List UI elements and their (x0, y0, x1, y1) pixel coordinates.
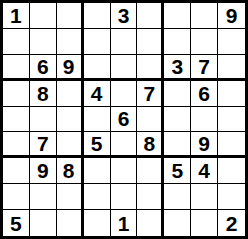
cell-r8c7[interactable] (164, 184, 191, 210)
cell-r9c5[interactable]: 1 (111, 210, 138, 236)
cell-r6c1[interactable] (3, 132, 30, 158)
cell-r1c7[interactable] (164, 3, 191, 29)
cell-r3c2[interactable]: 6 (30, 55, 57, 81)
cell-r4c2[interactable]: 8 (30, 81, 57, 107)
cell-r2c9[interactable] (218, 29, 245, 55)
cell-r8c1[interactable] (3, 184, 30, 210)
cell-r6c6[interactable]: 8 (137, 132, 164, 158)
cell-r8c6[interactable] (137, 184, 164, 210)
cell-r8c5[interactable] (111, 184, 138, 210)
cell-r9c9[interactable]: 2 (218, 210, 245, 236)
cell-r7c1[interactable] (3, 158, 30, 184)
cell-r4c3[interactable] (57, 81, 84, 107)
cell-r6c3[interactable] (57, 132, 84, 158)
cell-r5c4[interactable] (84, 107, 111, 133)
cell-r1c3[interactable] (57, 3, 84, 29)
cell-r4c1[interactable] (3, 81, 30, 107)
cell-r1c2[interactable] (30, 3, 57, 29)
cell-r5c1[interactable] (3, 107, 30, 133)
sudoku-board: 13969378476675899854512 (0, 0, 248, 239)
cell-r2c3[interactable] (57, 29, 84, 55)
cell-r9c6[interactable] (137, 210, 164, 236)
cell-r5c8[interactable] (191, 107, 218, 133)
cell-r1c5[interactable]: 3 (111, 3, 138, 29)
cell-r2c2[interactable] (30, 29, 57, 55)
cell-r4c7[interactable] (164, 81, 191, 107)
cell-r8c4[interactable] (84, 184, 111, 210)
cell-r1c4[interactable] (84, 3, 111, 29)
cell-r2c4[interactable] (84, 29, 111, 55)
cell-r6c2[interactable]: 7 (30, 132, 57, 158)
cell-r3c8[interactable]: 7 (191, 55, 218, 81)
cell-r9c3[interactable] (57, 210, 84, 236)
cell-r2c8[interactable] (191, 29, 218, 55)
cell-r7c9[interactable] (218, 158, 245, 184)
cell-r3c9[interactable] (218, 55, 245, 81)
cell-r6c8[interactable]: 9 (191, 132, 218, 158)
cell-r5c5[interactable]: 6 (111, 107, 138, 133)
cell-r8c9[interactable] (218, 184, 245, 210)
cell-r2c1[interactable] (3, 29, 30, 55)
cell-r9c2[interactable] (30, 210, 57, 236)
cell-r6c9[interactable] (218, 132, 245, 158)
cell-r7c7[interactable]: 5 (164, 158, 191, 184)
cell-r5c2[interactable] (30, 107, 57, 133)
cell-r7c8[interactable]: 4 (191, 158, 218, 184)
cell-r2c6[interactable] (137, 29, 164, 55)
cell-r9c4[interactable] (84, 210, 111, 236)
cell-r5c9[interactable] (218, 107, 245, 133)
cell-r4c4[interactable]: 4 (84, 81, 111, 107)
cell-r3c1[interactable] (3, 55, 30, 81)
cell-r3c4[interactable] (84, 55, 111, 81)
cell-r3c6[interactable] (137, 55, 164, 81)
cell-r3c7[interactable]: 3 (164, 55, 191, 81)
cell-r3c5[interactable] (111, 55, 138, 81)
cell-r9c1[interactable]: 5 (3, 210, 30, 236)
cell-r9c7[interactable] (164, 210, 191, 236)
cell-r1c9[interactable]: 9 (218, 3, 245, 29)
cell-r2c7[interactable] (164, 29, 191, 55)
cell-r8c2[interactable] (30, 184, 57, 210)
cell-r1c6[interactable] (137, 3, 164, 29)
cell-r5c6[interactable] (137, 107, 164, 133)
cell-r7c5[interactable] (111, 158, 138, 184)
cell-r7c3[interactable]: 8 (57, 158, 84, 184)
cell-r4c8[interactable]: 6 (191, 81, 218, 107)
cell-r5c7[interactable] (164, 107, 191, 133)
cell-r6c5[interactable] (111, 132, 138, 158)
cell-r8c3[interactable] (57, 184, 84, 210)
cell-r4c5[interactable] (111, 81, 138, 107)
cell-r7c2[interactable]: 9 (30, 158, 57, 184)
cell-r4c6[interactable]: 7 (137, 81, 164, 107)
cell-r1c8[interactable] (191, 3, 218, 29)
cell-r2c5[interactable] (111, 29, 138, 55)
cell-r7c4[interactable] (84, 158, 111, 184)
cell-r1c1[interactable]: 1 (3, 3, 30, 29)
cell-r3c3[interactable]: 9 (57, 55, 84, 81)
cell-r5c3[interactable] (57, 107, 84, 133)
cell-r6c4[interactable]: 5 (84, 132, 111, 158)
cell-r8c8[interactable] (191, 184, 218, 210)
cell-r6c7[interactable] (164, 132, 191, 158)
cell-r7c6[interactable] (137, 158, 164, 184)
cell-r4c9[interactable] (218, 81, 245, 107)
cell-r9c8[interactable] (191, 210, 218, 236)
